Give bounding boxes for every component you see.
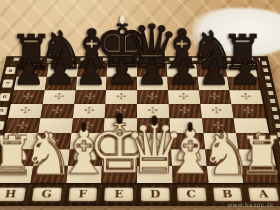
- file-label-g: G: [31, 188, 61, 202]
- file-label-h: H: [0, 188, 26, 202]
- square[interactable]: ♟: [227, 77, 260, 90]
- piece-black-pawn[interactable]: ♟: [167, 55, 199, 90]
- carved-rosette-motif: ✣: [105, 90, 137, 104]
- file-label-a: A: [248, 188, 279, 202]
- piece-black-pawn[interactable]: ♟: [229, 55, 261, 90]
- square[interactable]: ✣: [168, 90, 200, 104]
- carved-rosette-motif: ✣: [11, 90, 45, 104]
- square[interactable]: ♜: [241, 166, 279, 183]
- carved-rosette-motif: ✣: [232, 104, 266, 118]
- piece-black-pawn[interactable]: ♟: [106, 55, 138, 90]
- carved-rosette-motif: ✣: [137, 90, 169, 104]
- file-label-b: B: [213, 188, 243, 202]
- watermark-text: www.bazos.sk: [227, 201, 274, 208]
- piece-black-pawn[interactable]: ♟: [44, 55, 76, 90]
- file-label-d: D: [141, 188, 170, 202]
- square[interactable]: ♟: [137, 77, 168, 90]
- rank-label-6: 6: [0, 93, 11, 101]
- piece-black-pawn[interactable]: ♟: [137, 55, 169, 90]
- square[interactable]: ✣: [199, 90, 232, 104]
- carved-rosette-motif: ✣: [229, 90, 263, 104]
- piece-black-pawn[interactable]: ♟: [198, 55, 230, 90]
- square[interactable]: ✣: [74, 90, 106, 104]
- square[interactable]: ✣: [232, 104, 266, 118]
- square[interactable]: ♟: [14, 77, 47, 90]
- square[interactable]: ✣: [8, 104, 42, 118]
- white-piece-dark-finial: [152, 116, 158, 126]
- piece-white-rook[interactable]: ♜: [237, 129, 280, 183]
- chess-board: ❋❋❋❋ ♜♞♝♚♛♝♞♜♟♟♟♟♟♟♟♟✣✣✣✣✣✣✣✣✣✣✣✣✣✣✣✣✣✣✣…: [0, 56, 280, 206]
- carved-rosette-motif: ✣: [168, 90, 200, 104]
- square[interactable]: ✣: [229, 90, 263, 104]
- rank-label-5: 5: [0, 107, 8, 115]
- white-piece-dark-finial: [188, 122, 194, 131]
- piece-black-pawn[interactable]: ♟: [13, 55, 45, 90]
- square[interactable]: ♟: [45, 77, 77, 90]
- scene: ❋❋❋❋ ♜♞♝♚♛♝♞♜♟♟♟♟♟♟♟♟✣✣✣✣✣✣✣✣✣✣✣✣✣✣✣✣✣✣✣…: [0, 0, 280, 210]
- carved-rosette-motif: ✣: [74, 90, 106, 104]
- square[interactable]: ♟: [167, 77, 198, 90]
- file-label-f: F: [68, 188, 97, 202]
- square[interactable]: ♟: [197, 77, 229, 90]
- rank-label-7: 7: [2, 80, 14, 88]
- square[interactable]: ✣: [42, 90, 75, 104]
- square[interactable]: ✣: [105, 90, 137, 104]
- white-piece-dark-finial: [116, 113, 122, 124]
- piece-black-pawn[interactable]: ♟: [75, 55, 107, 90]
- carved-rosette-motif: ✣: [8, 104, 42, 118]
- square[interactable]: ✣: [137, 90, 169, 104]
- square[interactable]: ✣: [11, 90, 45, 104]
- square[interactable]: ♟: [75, 77, 106, 90]
- carved-rosette-motif: ✣: [199, 90, 232, 104]
- carved-rosette-motif: ✣: [42, 90, 75, 104]
- board-grid: ♜♞♝♚♛♝♞♜♟♟♟♟♟♟♟♟✣✣✣✣✣✣✣✣✣✣✣✣✣✣✣✣✣✣✣✣✣✣✣✣…: [0, 64, 279, 183]
- file-label-c: C: [177, 188, 206, 202]
- file-label-e: E: [104, 188, 133, 202]
- square[interactable]: ♟: [106, 77, 137, 90]
- white-piece-dark-finial: [81, 122, 87, 131]
